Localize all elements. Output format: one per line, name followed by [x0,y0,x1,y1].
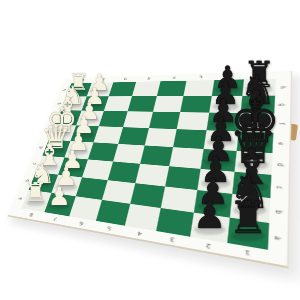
coordinate-label: a [17,197,23,200]
coordinate-label: 5 [106,225,111,231]
board-square [241,96,276,114]
coordinate-label: h [62,89,67,91]
coordinate-label: 2 [227,75,232,79]
board-square [212,79,244,95]
coordinate-label: h [279,86,287,89]
coordinate-label: 7 [101,78,105,81]
coordinate-label: 7 [52,216,57,221]
coordinate-label: 1 [258,74,263,78]
board-square [140,145,173,166]
board-square [153,96,183,112]
coordinate-label: g [278,103,286,106]
coordinate-label: 6 [123,78,127,81]
board-square [169,147,203,169]
board-square [242,79,276,96]
board-square [173,129,206,149]
coordinate-label: 4 [136,230,142,236]
coordinate-label: 8 [28,212,33,217]
coordinate-label: 6 [78,221,83,226]
coordinate-label: e [45,131,50,133]
product-photo-stage: 8877665544332211hhggffeeddccbbaa ♜♟♟♜♞♟♟… [0,0,300,300]
coordinate-label: d [276,163,285,167]
coordinate-label: d [38,146,44,149]
board-square [149,112,180,129]
coordinate-label: c [32,162,38,164]
coordinate-label: 5 [147,77,151,80]
board-square [145,128,177,147]
board-square [157,81,187,96]
board-square [125,204,161,231]
coordinate-label: 3 [169,236,175,242]
board-square [227,218,269,250]
coordinate-labels: 8877665544332211hhggffeeddccbbaa [65,71,291,78]
board-square [180,96,212,113]
board-square [204,130,239,151]
coordinate-label: e [277,142,285,145]
board-square [209,96,242,113]
coordinate-label: a [273,235,283,240]
board-square [183,80,214,96]
board-square [239,113,275,133]
coordinate-label: 3 [198,75,203,78]
coordinate-label: b [274,209,283,214]
coordinate-label: 4 [172,76,176,79]
coordinate-label: f [278,122,286,124]
board-square [156,208,194,237]
chess-board: 8877665544332211hhggffeeddccbbaa [7,71,292,269]
board-square [201,149,237,172]
coordinate-label: 8 [80,79,84,82]
coordinate-label: b [25,179,31,182]
coordinate-label: g [56,102,61,104]
board-square [177,112,210,130]
coordinate-label: 2 [205,242,211,249]
board-square [237,131,274,153]
coordinate-label: f [51,117,56,118]
board-square [190,213,230,243]
coordinate-label: 1 [244,249,250,256]
board-square [207,113,241,132]
coordinate-label: c [275,185,284,189]
